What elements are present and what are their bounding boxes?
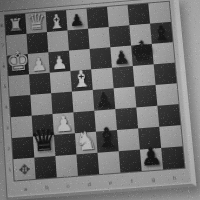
square-b1	[34, 156, 56, 179]
square-a3	[11, 116, 33, 139]
square-a7	[6, 34, 28, 56]
square-c4	[51, 92, 73, 114]
square-a6: ♚	[7, 54, 29, 76]
square-e7	[88, 27, 110, 49]
file-label-a: a	[15, 183, 37, 196]
square-d2: ♞	[75, 132, 98, 155]
square-d7	[67, 29, 89, 51]
square-g4	[135, 85, 158, 107]
chessboard-photo-scene: 87654321 abcdefgh ♜♛♝♟♝♚♟♟♟♚♝♟♟♛♞♝✥♟	[0, 0, 200, 200]
board-grid: ♜♛♝♟♝♚♟♟♟♚♝♟♟♛♞♝✥♟	[5, 2, 185, 181]
square-a2	[12, 137, 34, 160]
square-h1	[161, 146, 184, 169]
square-d6	[69, 49, 91, 71]
square-d1	[76, 153, 99, 176]
file-label-h: h	[163, 172, 185, 185]
square-b4	[30, 93, 52, 115]
square-c1	[55, 154, 78, 177]
square-d8: ♟	[66, 9, 88, 31]
piece-black-pawn-d8: ♟	[69, 13, 85, 30]
square-a8: ♜	[5, 14, 27, 36]
square-h3	[157, 104, 180, 127]
square-g8	[128, 3, 150, 25]
square-g6: ♚	[131, 44, 154, 66]
square-h7: ♝	[150, 22, 173, 44]
square-e8	[87, 7, 109, 29]
piece-white-pawn-c6: ♟	[51, 53, 68, 72]
piece-black-pawn-e4: ♟	[94, 89, 114, 110]
file-label-b: b	[36, 181, 58, 194]
file-label-f: f	[121, 175, 143, 188]
square-h5	[154, 63, 177, 85]
piece-white-bishop-c8: ♝	[47, 11, 66, 32]
square-h4	[156, 83, 179, 105]
square-f6: ♟	[110, 46, 132, 68]
square-c6: ♟	[48, 51, 70, 73]
square-e2: ♝	[96, 130, 119, 153]
square-b3	[32, 114, 54, 137]
square-e6	[90, 47, 112, 69]
square-f2	[117, 128, 140, 151]
square-e3	[94, 109, 117, 132]
square-h8	[148, 2, 171, 24]
file-label-g: g	[142, 173, 164, 186]
piece-white-pawn-b6: ♟	[30, 55, 47, 74]
square-b6: ♟	[28, 52, 50, 74]
piece-white-queen-b8: ♛	[25, 10, 47, 34]
square-c2	[54, 133, 76, 156]
piece-black-pawn-g1: ♟	[139, 145, 163, 171]
piece-white-bishop-d5: ♝	[70, 67, 93, 92]
square-b5	[29, 73, 51, 95]
piece-white-pawn-c3: ♟	[53, 112, 73, 135]
piece-white-rook-a8: ♜	[8, 17, 24, 35]
square-c3: ♟	[53, 112, 75, 135]
square-b7	[26, 32, 48, 54]
file-label-d: d	[78, 178, 100, 191]
square-e1	[98, 151, 121, 174]
square-d5: ♝	[70, 69, 92, 91]
square-a1: ✥	[13, 158, 35, 181]
square-g1: ♟	[140, 148, 163, 171]
square-f4	[114, 87, 137, 109]
square-h6	[152, 42, 175, 64]
square-f5	[112, 66, 135, 88]
square-g3	[136, 106, 159, 129]
square-g2	[138, 127, 161, 150]
square-e4: ♟	[93, 88, 116, 110]
square-f1	[119, 150, 142, 173]
square-a4	[10, 95, 32, 117]
chess-board: 87654321 abcdefgh ♜♛♝♟♝♚♟♟♟♚♝♟♟♛♞♝✥♟	[0, 0, 197, 200]
compass-ornament: ✥	[13, 158, 35, 181]
square-f3	[115, 107, 138, 130]
square-c8: ♝	[46, 10, 68, 32]
square-c7	[47, 30, 69, 52]
square-d3	[73, 111, 96, 134]
square-g7	[129, 24, 152, 46]
file-label-e: e	[99, 177, 121, 190]
square-b2: ♛	[33, 135, 55, 158]
square-f7	[109, 25, 131, 47]
square-e5	[91, 68, 113, 90]
piece-black-bishop-h7: ♝	[151, 22, 172, 44]
square-a5	[8, 74, 30, 96]
square-d4	[72, 90, 94, 112]
square-h2	[159, 125, 182, 148]
square-f8	[107, 5, 129, 27]
square-g5	[133, 64, 156, 86]
square-b8: ♛	[25, 12, 47, 34]
file-label-c: c	[57, 180, 79, 193]
piece-black-pawn-f6: ♟	[113, 48, 131, 67]
square-c5	[50, 71, 72, 93]
